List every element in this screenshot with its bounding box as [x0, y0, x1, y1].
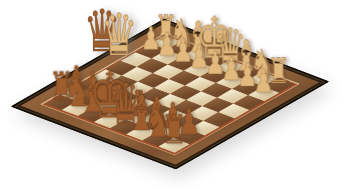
piece-dark-rook: ♜ [54, 63, 70, 107]
extra-queen-light: ♛ [100, 6, 132, 64]
piece-light-knight: ♞ [255, 39, 271, 83]
board-inlay-maple-line: ♜♞♝♚♛♝♞♜♟♟♟♟♟♟♟♟♟♟♟♟♟♟♟♟♜♞♝♚♛♝♞♜ [40, 33, 299, 156]
piece-dark-pawn: ♟ [68, 54, 84, 98]
piece-light-rook: ♜ [271, 45, 287, 89]
board-frame: ♜♞♝♚♛♝♞♜♟♟♟♟♟♟♟♟♟♟♟♟♟♟♟♟♜♞♝♚♛♝♞♜ [21, 23, 320, 164]
chess-set-product-photo[interactable]: ♜♞♝♚♛♝♞♜♟♟♟♟♟♟♟♟♟♟♟♟♟♟♟♟♜♞♝♚♛♝♞♜ ♛ ♛ [0, 0, 350, 189]
piece-light-knight: ♞ [174, 9, 190, 53]
board-molding: ♜♞♝♚♛♝♞♜♟♟♟♟♟♟♟♟♟♟♟♟♟♟♟♟♜♞♝♚♛♝♞♜ [11, 19, 330, 170]
chess-board: ♜♞♝♚♛♝♞♜♟♟♟♟♟♟♟♟♟♟♟♟♟♟♟♟♜♞♝♚♛♝♞♜ [11, 19, 330, 170]
piece-light-pawn: ♟ [143, 10, 159, 54]
board-inlay-red-line: ♜♞♝♚♛♝♞♜♟♟♟♟♟♟♟♟♟♟♟♟♟♟♟♟♜♞♝♚♛♝♞♜ [42, 34, 297, 155]
piece-light-queen: ♛ [222, 28, 238, 72]
piece-light-king: ♚ [206, 23, 222, 67]
piece-light-bishop: ♝ [190, 15, 206, 59]
piece-light-rook: ♜ [158, 2, 174, 46]
piece-light-bishop: ♝ [238, 34, 254, 78]
